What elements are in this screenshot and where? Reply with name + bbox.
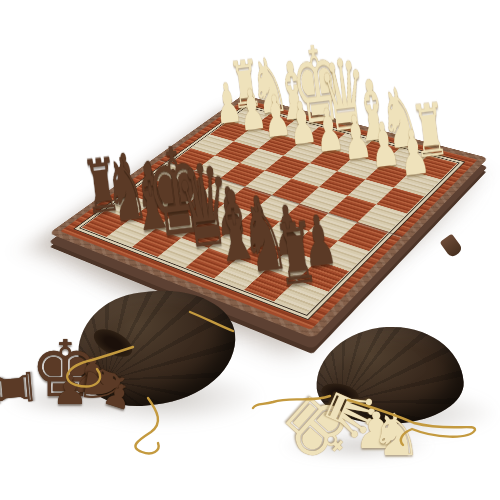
board-margin: ♜♞♝♚♛♝♞♜♟♟♟♟♟♟♟♟♟♟♟♟♟♟♟♟♜♞♝♚♛♝♞♜ xyxy=(73,104,465,320)
white-pawn: ♟ xyxy=(367,117,461,189)
board-scene: ♜♞♝♚♛♝♞♜♟♟♟♟♟♟♟♟♟♟♟♟♟♟♟♟♜♞♝♚♛♝♞♜ xyxy=(0,0,500,500)
loose-white-knight: ♞ xyxy=(370,406,422,464)
board-perspective: ♜♞♝♚♛♝♞♜♟♟♟♟♟♟♟♟♟♟♟♟♟♟♟♟♜♞♝♚♛♝♞♜ xyxy=(0,0,500,500)
loose-dark-rook-fallen: ♜ xyxy=(0,363,41,414)
board-square: ♜ xyxy=(274,280,328,314)
product-photo-chess-set: ♜♞♝♚♛♝♞♜♟♟♟♟♟♟♟♟♟♟♟♟♟♟♟♟♜♞♝♚♛♝♞♜ ♚ ♜ ♟ ♟… xyxy=(0,0,500,500)
chess-board-grid: ♜♞♝♚♛♝♞♜♟♟♟♟♟♟♟♟♟♟♟♟♟♟♟♟♜♞♝♚♛♝♞♜ xyxy=(82,108,457,314)
dark-rook: ♜ xyxy=(241,207,351,303)
